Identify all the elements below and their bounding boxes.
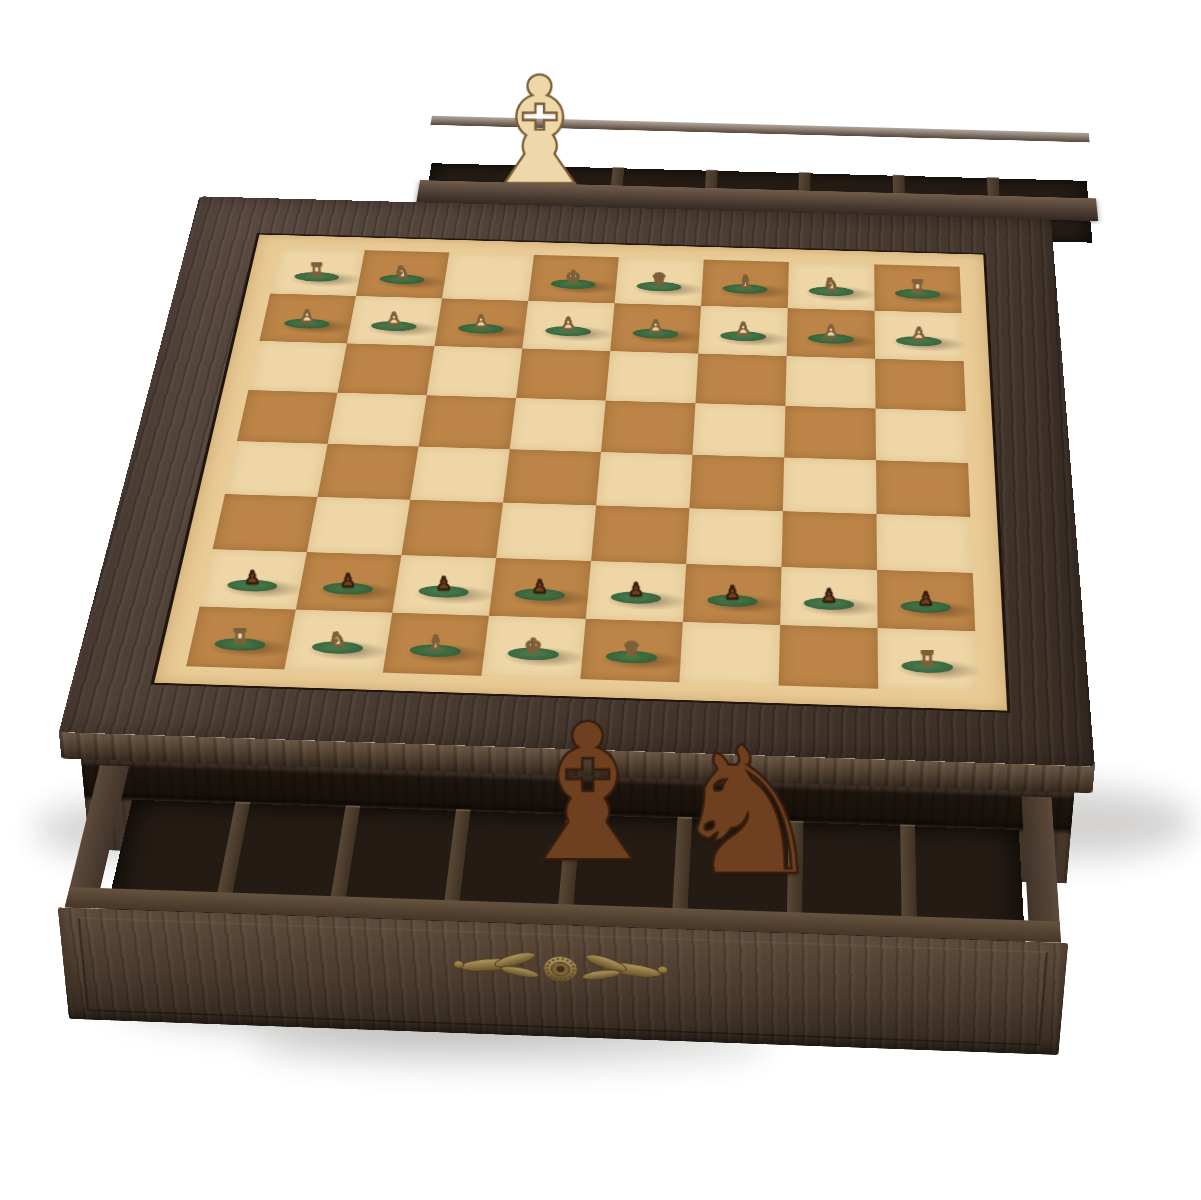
pawn-glyph-icon: ♟	[628, 581, 644, 598]
pawn-glyph-icon: ♟	[917, 590, 933, 607]
pawn-glyph-icon: ♟	[648, 319, 662, 334]
pawn-glyph-icon: ♟	[561, 316, 575, 331]
pawn-glyph-icon: ♟	[340, 572, 356, 589]
rook-glyph-icon: ♜	[910, 279, 924, 294]
rook-glyph-icon: ♜	[919, 650, 935, 667]
pawn-glyph-icon: ♟	[244, 569, 260, 586]
bishop-glyph-icon: ♝	[502, 704, 672, 884]
scene-3d: ♜♞♚♛♝♞♜♟♟♟♟♟♟♟♟♟♟♟♟♟♟♟♟♜♞♝♚♛♜	[0, 0, 1201, 1200]
pawn-glyph-icon: ♟	[823, 324, 837, 339]
pawn-glyph-icon: ♟	[473, 314, 487, 329]
pawn-glyph-icon: ♟	[386, 311, 400, 326]
king-glyph-icon: ♚	[566, 269, 580, 284]
brass-handle-ornament	[423, 940, 696, 994]
king-glyph-icon: ♚	[525, 637, 541, 654]
knight-glyph-icon: ♞	[395, 265, 409, 280]
knight-glyph-icon: ♞	[329, 631, 345, 648]
pawn-glyph-icon: ♟	[736, 321, 750, 336]
bishop-glyph-icon: ♝	[427, 634, 443, 651]
pawn-glyph-icon: ♟	[821, 587, 837, 604]
queen-glyph-icon: ♛	[623, 640, 639, 657]
queen-glyph-icon: ♛	[652, 272, 666, 287]
pawn-glyph-icon: ♟	[435, 575, 451, 592]
rook-glyph-icon: ♜	[309, 262, 323, 277]
knight-glyph-icon: ♞	[668, 728, 826, 896]
bishop-glyph-icon: ♝	[738, 274, 752, 289]
pawn-glyph-icon: ♟	[299, 309, 313, 324]
pawn-glyph-icon: ♟	[724, 584, 740, 601]
pawn-glyph-icon: ♟	[911, 326, 925, 341]
pawn-glyph-icon: ♟	[531, 578, 547, 595]
chess-chest: ♜♞♚♛♝♞♜♟♟♟♟♟♟♟♟♟♟♟♟♟♟♟♟♜♞♝♚♛♜	[58, 196, 1094, 766]
knight-glyph-icon: ♞	[824, 277, 838, 292]
rook-glyph-icon: ♜	[232, 628, 248, 645]
product-photo-scene: ♜♞♚♛♝♞♜♟♟♟♟♟♟♟♟♟♟♟♟♟♟♟♟♜♞♝♚♛♜	[0, 0, 1201, 1200]
